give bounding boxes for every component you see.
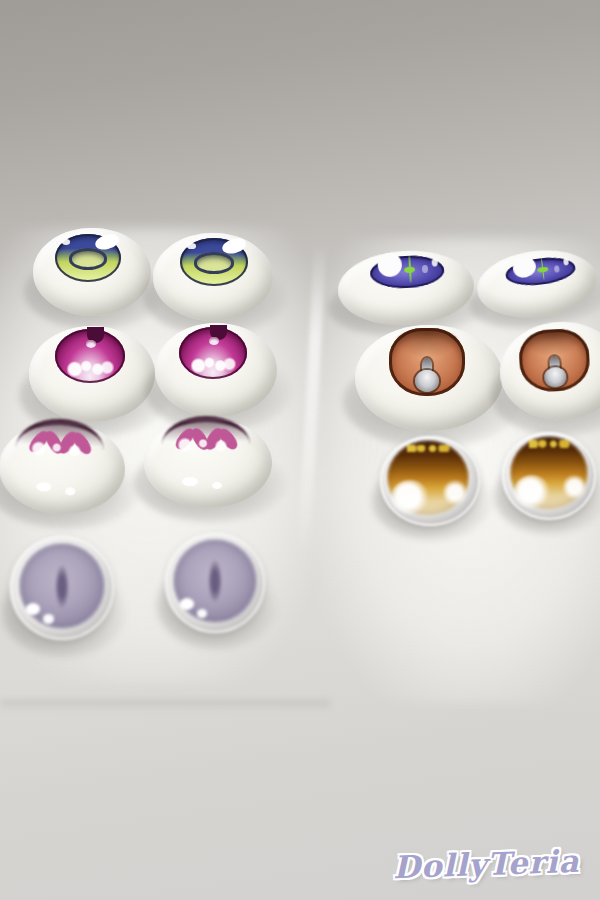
doll-eye-left-2	[155, 323, 277, 417]
photo-doll-eyes: DollyTeria	[0, 0, 600, 900]
eye-iris	[55, 329, 125, 383]
iris-detail-pupil-slit	[55, 565, 69, 608]
eye-iris	[387, 440, 469, 516]
iris-detail-hl-a	[514, 475, 550, 508]
eye-iris	[18, 420, 101, 463]
doll-eye-left-1	[153, 233, 273, 321]
iris-detail-shade	[392, 329, 462, 358]
iris-detail-sparkle	[536, 258, 549, 281]
iris-detail-bell-base	[415, 370, 439, 392]
iris-detail-hl-b	[197, 609, 208, 618]
eye-iris	[510, 436, 588, 510]
doll-eye-right-3	[380, 436, 480, 526]
eye-iris	[19, 543, 105, 629]
eye-iris	[55, 234, 121, 282]
iris-detail-hl-dot	[62, 239, 71, 245]
iris-detail-marks	[407, 445, 451, 453]
iris-detail-hl-b	[43, 614, 54, 623]
iris-detail-petal	[66, 356, 114, 380]
fabric-crease	[0, 700, 330, 710]
iris-detail-bell-base	[544, 367, 567, 388]
doll-eye-left-3	[144, 418, 272, 508]
doll-eye-left-4	[165, 533, 265, 633]
doll-eye-right-1	[473, 244, 600, 324]
eye-iris	[389, 328, 465, 396]
iris-detail-speck	[432, 258, 438, 267]
doll-eye-left-1	[33, 228, 151, 316]
dome-highlight-spec1	[36, 482, 51, 492]
iris-detail-hl-a	[26, 603, 41, 615]
iris-detail-fleck	[176, 437, 235, 453]
doll-eye-right-3	[502, 432, 596, 520]
doll-eye-right-2	[498, 319, 600, 423]
doll-eye-right-2	[355, 325, 503, 431]
iris-detail-pupil-band	[69, 248, 107, 269]
iris-detail-sparkle	[403, 256, 416, 284]
iris-detail-fleck	[30, 440, 90, 459]
eye-iris	[173, 539, 257, 623]
doll-eye-left-4	[10, 536, 114, 640]
watermark-dollyteria: DollyTeria	[393, 843, 581, 885]
dome-highlight-spec2	[65, 487, 75, 495]
doll-eye-left-3	[0, 420, 127, 516]
doll-eye-left-2	[29, 326, 155, 422]
iris-detail-petal	[190, 353, 236, 376]
iris-detail-pupil-band	[194, 252, 233, 273]
doll-eye-right-1	[336, 247, 476, 328]
iris-detail-hl-dot	[187, 243, 196, 249]
iris-detail-hl-a	[391, 480, 429, 513]
eye-iris	[180, 238, 248, 286]
iris-detail-marks	[529, 440, 571, 447]
eye-iris	[179, 327, 247, 379]
iris-detail-hl-dot2	[86, 340, 97, 348]
iris-detail-hl-b	[443, 478, 468, 507]
iris-detail-hl-dot2	[209, 337, 219, 345]
iris-detail-pupil-slit	[208, 560, 221, 602]
eye-iris	[165, 419, 247, 457]
iris-detail-hl-a	[180, 598, 194, 610]
